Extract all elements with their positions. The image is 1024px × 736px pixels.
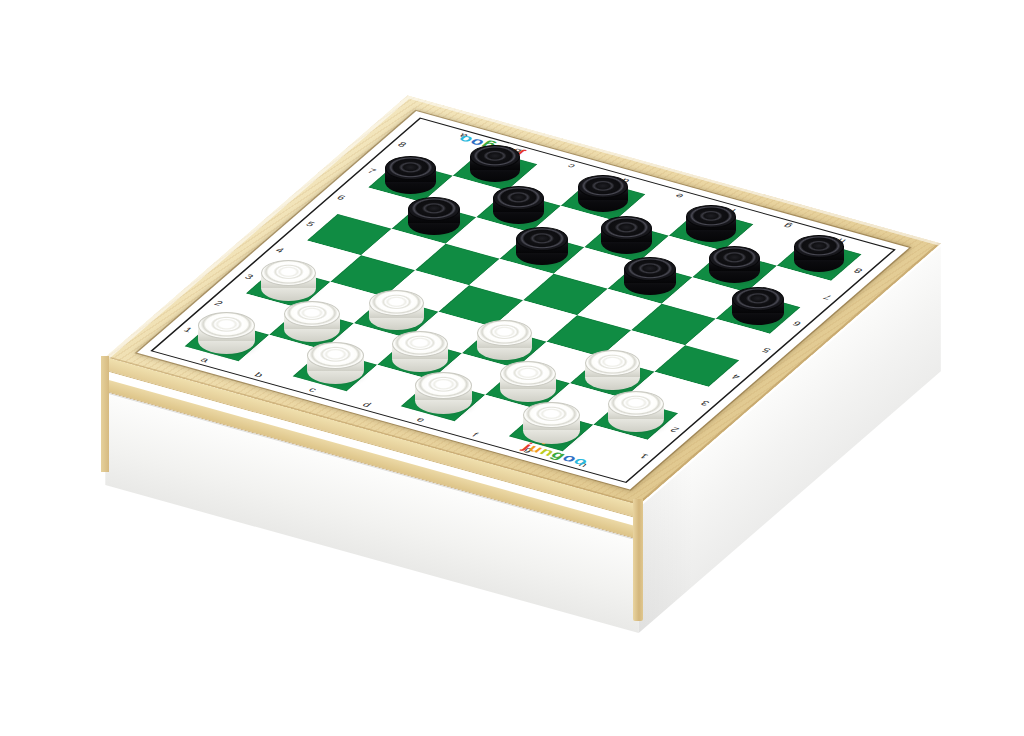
checker-white-g3[interactable]	[585, 350, 640, 391]
piece-top-face	[624, 257, 676, 281]
checker-black-a7[interactable]	[385, 156, 436, 194]
checker-white-g1[interactable]	[523, 402, 580, 444]
checker-black-f6[interactable]	[624, 257, 676, 295]
checker-white-a1[interactable]	[198, 312, 255, 354]
piece-top-face	[794, 235, 844, 259]
box-corner-edge-left	[101, 356, 109, 472]
checker-black-b8[interactable]	[470, 145, 520, 182]
product-photo-scene: 8877665544332211aabbccddeeffgghhjungooju…	[0, 0, 1024, 736]
checker-black-b6[interactable]	[408, 197, 460, 235]
checker-white-c3[interactable]	[369, 290, 424, 331]
piece-top-face	[307, 342, 364, 369]
checker-black-g7[interactable]	[709, 246, 760, 284]
checker-black-d8[interactable]	[578, 175, 628, 212]
checker-black-h8[interactable]	[794, 235, 844, 272]
checker-white-h2[interactable]	[608, 391, 664, 432]
checker-white-b2[interactable]	[284, 301, 340, 342]
piece-top-face	[385, 156, 436, 180]
piece-top-face	[523, 402, 580, 429]
piece-top-face	[284, 301, 340, 327]
piece-top-face	[608, 391, 664, 417]
piece-top-face	[585, 350, 640, 376]
checker-white-a3[interactable]	[261, 260, 316, 301]
piece-top-face	[369, 290, 424, 316]
piece-top-face	[477, 320, 532, 346]
checker-black-d6[interactable]	[516, 227, 568, 265]
piece-top-face	[261, 260, 316, 286]
piece-top-face	[392, 331, 448, 357]
piece-top-face	[732, 287, 784, 311]
piece-top-face	[408, 197, 460, 221]
piece-top-face	[415, 372, 472, 399]
piece-top-face	[601, 216, 652, 240]
checker-white-e1[interactable]	[415, 372, 472, 414]
piece-top-face	[500, 361, 556, 387]
checker-white-d2[interactable]	[392, 331, 448, 372]
piece-top-face	[516, 227, 568, 251]
checker-white-e3[interactable]	[477, 320, 532, 361]
checker-black-f8[interactable]	[686, 205, 736, 242]
checker-black-e7[interactable]	[601, 216, 652, 254]
checker-black-c7[interactable]	[493, 186, 544, 224]
checker-white-f2[interactable]	[500, 361, 556, 402]
checker-black-h6[interactable]	[732, 287, 784, 325]
piece-top-face	[198, 312, 255, 339]
checker-white-c1[interactable]	[307, 342, 364, 384]
piece-top-face	[709, 246, 760, 270]
piece-top-face	[493, 186, 544, 210]
box-corner-edge-front	[633, 499, 643, 621]
